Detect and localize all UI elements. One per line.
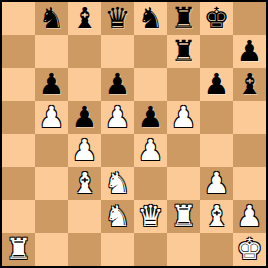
- square-a3[interactable]: [2, 167, 35, 200]
- piece-black-pawn[interactable]: ♟: [39, 68, 65, 101]
- piece-white-rook[interactable]: ♜: [171, 200, 197, 233]
- square-c5[interactable]: ♟: [68, 101, 101, 134]
- piece-white-knight[interactable]: ♞: [105, 167, 131, 200]
- square-c4[interactable]: ♟: [68, 134, 101, 167]
- square-d1[interactable]: [101, 233, 134, 266]
- piece-black-bishop[interactable]: ♝: [237, 68, 263, 101]
- square-d2[interactable]: ♞: [101, 200, 134, 233]
- square-f3[interactable]: [167, 167, 200, 200]
- square-c7[interactable]: [68, 35, 101, 68]
- piece-white-pawn[interactable]: ♟: [72, 134, 98, 167]
- square-g6[interactable]: ♟: [200, 68, 233, 101]
- square-h1[interactable]: ♚: [233, 233, 266, 266]
- piece-black-pawn[interactable]: ♟: [72, 101, 98, 134]
- square-a7[interactable]: [2, 35, 35, 68]
- square-b2[interactable]: [35, 200, 68, 233]
- square-g7[interactable]: [200, 35, 233, 68]
- piece-white-queen[interactable]: ♛: [138, 200, 164, 233]
- square-d8[interactable]: ♛: [101, 2, 134, 35]
- square-h2[interactable]: ♟: [233, 200, 266, 233]
- piece-black-queen[interactable]: ♛: [105, 2, 131, 35]
- square-a2[interactable]: [2, 200, 35, 233]
- square-c2[interactable]: [68, 200, 101, 233]
- square-a6[interactable]: [2, 68, 35, 101]
- square-d3[interactable]: ♞: [101, 167, 134, 200]
- square-a4[interactable]: [2, 134, 35, 167]
- square-f8[interactable]: ♜: [167, 2, 200, 35]
- square-c1[interactable]: [68, 233, 101, 266]
- square-b1[interactable]: [35, 233, 68, 266]
- square-a1[interactable]: ♜: [2, 233, 35, 266]
- square-b6[interactable]: ♟: [35, 68, 68, 101]
- square-h6[interactable]: ♝: [233, 68, 266, 101]
- square-f7[interactable]: ♜: [167, 35, 200, 68]
- square-h3[interactable]: [233, 167, 266, 200]
- piece-black-knight[interactable]: ♞: [138, 2, 164, 35]
- square-a5[interactable]: [2, 101, 35, 134]
- piece-white-pawn[interactable]: ♟: [105, 101, 131, 134]
- square-a8[interactable]: [2, 2, 35, 35]
- square-e6[interactable]: [134, 68, 167, 101]
- square-e2[interactable]: ♛: [134, 200, 167, 233]
- square-h5[interactable]: [233, 101, 266, 134]
- piece-black-pawn[interactable]: ♟: [138, 101, 164, 134]
- square-c3[interactable]: ♝: [68, 167, 101, 200]
- square-g5[interactable]: [200, 101, 233, 134]
- piece-black-pawn[interactable]: ♟: [204, 68, 230, 101]
- square-f4[interactable]: [167, 134, 200, 167]
- piece-white-king[interactable]: ♚: [237, 233, 263, 266]
- piece-black-king[interactable]: ♚: [204, 2, 230, 35]
- square-g1[interactable]: [200, 233, 233, 266]
- square-b7[interactable]: [35, 35, 68, 68]
- square-d7[interactable]: [101, 35, 134, 68]
- square-e5[interactable]: ♟: [134, 101, 167, 134]
- piece-white-rook[interactable]: ♜: [6, 233, 32, 266]
- square-b3[interactable]: [35, 167, 68, 200]
- square-h4[interactable]: [233, 134, 266, 167]
- piece-white-pawn[interactable]: ♟: [138, 134, 164, 167]
- piece-black-pawn[interactable]: ♟: [237, 35, 263, 68]
- square-f5[interactable]: ♟: [167, 101, 200, 134]
- square-b5[interactable]: ♟: [35, 101, 68, 134]
- square-f6[interactable]: [167, 68, 200, 101]
- square-h8[interactable]: [233, 2, 266, 35]
- square-d6[interactable]: ♟: [101, 68, 134, 101]
- square-e1[interactable]: [134, 233, 167, 266]
- piece-white-pawn[interactable]: ♟: [171, 101, 197, 134]
- square-c8[interactable]: ♝: [68, 2, 101, 35]
- square-e7[interactable]: [134, 35, 167, 68]
- piece-white-bishop[interactable]: ♝: [204, 200, 230, 233]
- piece-black-rook[interactable]: ♜: [171, 35, 197, 68]
- board-frame: ♞♝♛♞♜♚♜♟♟♟♟♝♟♟♟♟♟♟♟♝♞♟♞♛♜♝♟♜♚: [0, 0, 268, 268]
- square-g8[interactable]: ♚: [200, 2, 233, 35]
- piece-white-pawn[interactable]: ♟: [237, 200, 263, 233]
- square-f2[interactable]: ♜: [167, 200, 200, 233]
- square-d5[interactable]: ♟: [101, 101, 134, 134]
- square-e4[interactable]: ♟: [134, 134, 167, 167]
- piece-white-pawn[interactable]: ♟: [39, 101, 65, 134]
- square-b4[interactable]: [35, 134, 68, 167]
- piece-black-pawn[interactable]: ♟: [105, 68, 131, 101]
- square-c6[interactable]: [68, 68, 101, 101]
- square-h7[interactable]: ♟: [233, 35, 266, 68]
- square-f1[interactable]: [167, 233, 200, 266]
- square-g4[interactable]: [200, 134, 233, 167]
- chess-board: ♞♝♛♞♜♚♜♟♟♟♟♝♟♟♟♟♟♟♟♝♞♟♞♛♜♝♟♜♚: [2, 2, 266, 266]
- square-b8[interactable]: ♞: [35, 2, 68, 35]
- square-g2[interactable]: ♝: [200, 200, 233, 233]
- piece-black-knight[interactable]: ♞: [39, 2, 65, 35]
- square-e8[interactable]: ♞: [134, 2, 167, 35]
- square-e3[interactable]: [134, 167, 167, 200]
- piece-white-knight[interactable]: ♞: [105, 200, 131, 233]
- piece-white-pawn[interactable]: ♟: [204, 167, 230, 200]
- piece-white-bishop[interactable]: ♝: [72, 167, 98, 200]
- square-g3[interactable]: ♟: [200, 167, 233, 200]
- piece-black-bishop[interactable]: ♝: [72, 2, 98, 35]
- square-d4[interactable]: [101, 134, 134, 167]
- piece-black-rook[interactable]: ♜: [171, 2, 197, 35]
